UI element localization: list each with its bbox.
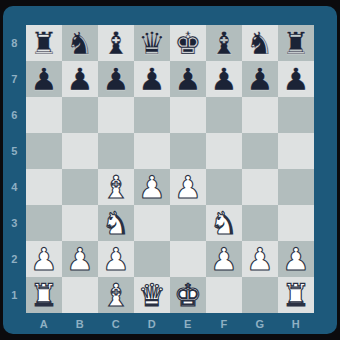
rank-label-5: 5 — [3, 133, 26, 169]
black-queen[interactable]: ♛ — [134, 25, 170, 61]
white-king[interactable]: ♚ — [170, 277, 206, 313]
white-rook[interactable]: ♜ — [278, 277, 314, 313]
square-a8[interactable]: ♜ — [26, 25, 62, 61]
square-g1[interactable] — [242, 277, 278, 313]
square-a2[interactable]: ♟ — [26, 241, 62, 277]
black-knight[interactable]: ♞ — [242, 25, 278, 61]
square-f4[interactable] — [206, 169, 242, 205]
file-label-b: B — [62, 313, 98, 334]
square-b5[interactable] — [62, 133, 98, 169]
square-e6[interactable] — [170, 97, 206, 133]
rank-label-6: 6 — [3, 97, 26, 133]
square-f6[interactable] — [206, 97, 242, 133]
square-e4[interactable]: ♟ — [170, 169, 206, 205]
black-pawn[interactable]: ♟ — [170, 61, 206, 97]
square-e2[interactable] — [170, 241, 206, 277]
black-pawn[interactable]: ♟ — [98, 61, 134, 97]
square-c4[interactable]: ♝ — [98, 169, 134, 205]
square-f8[interactable]: ♝ — [206, 25, 242, 61]
square-c8[interactable]: ♝ — [98, 25, 134, 61]
file-label-e: E — [170, 313, 206, 334]
black-rook[interactable]: ♜ — [278, 25, 314, 61]
square-c1[interactable]: ♝ — [98, 277, 134, 313]
square-d8[interactable]: ♛ — [134, 25, 170, 61]
square-b7[interactable]: ♟ — [62, 61, 98, 97]
square-c3[interactable]: ♞ — [98, 205, 134, 241]
white-pawn[interactable]: ♟ — [26, 241, 62, 277]
white-bishop[interactable]: ♝ — [98, 277, 134, 313]
white-pawn[interactable]: ♟ — [98, 241, 134, 277]
square-b2[interactable]: ♟ — [62, 241, 98, 277]
black-pawn[interactable]: ♟ — [242, 61, 278, 97]
square-c7[interactable]: ♟ — [98, 61, 134, 97]
square-e5[interactable] — [170, 133, 206, 169]
square-h5[interactable] — [278, 133, 314, 169]
square-h4[interactable] — [278, 169, 314, 205]
square-g8[interactable]: ♞ — [242, 25, 278, 61]
white-pawn[interactable]: ♟ — [170, 169, 206, 205]
file-labels: ABCDEFGH — [26, 313, 314, 334]
square-a3[interactable] — [26, 205, 62, 241]
square-a1[interactable]: ♜ — [26, 277, 62, 313]
square-e1[interactable]: ♚ — [170, 277, 206, 313]
rank-label-2: 2 — [3, 241, 26, 277]
square-a7[interactable]: ♟ — [26, 61, 62, 97]
rank-label-7: 7 — [3, 61, 26, 97]
square-h1[interactable]: ♜ — [278, 277, 314, 313]
file-label-f: F — [206, 313, 242, 334]
black-pawn[interactable]: ♟ — [62, 61, 98, 97]
square-g5[interactable] — [242, 133, 278, 169]
file-label-d: D — [134, 313, 170, 334]
white-pawn[interactable]: ♟ — [242, 241, 278, 277]
square-a6[interactable] — [26, 97, 62, 133]
rank-label-4: 4 — [3, 169, 26, 205]
square-e7[interactable]: ♟ — [170, 61, 206, 97]
square-c6[interactable] — [98, 97, 134, 133]
black-king[interactable]: ♚ — [170, 25, 206, 61]
square-d6[interactable] — [134, 97, 170, 133]
square-d4[interactable]: ♟ — [134, 169, 170, 205]
square-f2[interactable]: ♟ — [206, 241, 242, 277]
square-h7[interactable]: ♟ — [278, 61, 314, 97]
chess-app-screen: 87654321 ABCDEFGH ♜♞♝♛♚♝♞♜♟♟♟♟♟♟♟♟♝♟♟♞♞♟… — [0, 0, 340, 340]
black-pawn[interactable]: ♟ — [26, 61, 62, 97]
square-g2[interactable]: ♟ — [242, 241, 278, 277]
square-a4[interactable] — [26, 169, 62, 205]
rank-label-8: 8 — [3, 25, 26, 61]
square-d5[interactable] — [134, 133, 170, 169]
rank-label-3: 3 — [3, 205, 26, 241]
file-label-c: C — [98, 313, 134, 334]
square-b6[interactable] — [62, 97, 98, 133]
black-pawn[interactable]: ♟ — [278, 61, 314, 97]
white-pawn[interactable]: ♟ — [206, 241, 242, 277]
square-f5[interactable] — [206, 133, 242, 169]
black-bishop[interactable]: ♝ — [98, 25, 134, 61]
square-d1[interactable]: ♛ — [134, 277, 170, 313]
square-d2[interactable] — [134, 241, 170, 277]
white-bishop[interactable]: ♝ — [98, 169, 134, 205]
white-pawn[interactable]: ♟ — [134, 169, 170, 205]
square-a5[interactable] — [26, 133, 62, 169]
square-b3[interactable] — [62, 205, 98, 241]
square-h2[interactable]: ♟ — [278, 241, 314, 277]
square-c2[interactable]: ♟ — [98, 241, 134, 277]
square-d7[interactable]: ♟ — [134, 61, 170, 97]
file-label-a: A — [26, 313, 62, 334]
file-label-h: H — [278, 313, 314, 334]
black-knight[interactable]: ♞ — [62, 25, 98, 61]
square-g7[interactable]: ♟ — [242, 61, 278, 97]
square-g3[interactable] — [242, 205, 278, 241]
square-b4[interactable] — [62, 169, 98, 205]
white-pawn[interactable]: ♟ — [62, 241, 98, 277]
black-pawn[interactable]: ♟ — [134, 61, 170, 97]
black-pawn[interactable]: ♟ — [206, 61, 242, 97]
black-rook[interactable]: ♜ — [26, 25, 62, 61]
square-b8[interactable]: ♞ — [62, 25, 98, 61]
square-g4[interactable] — [242, 169, 278, 205]
square-c5[interactable] — [98, 133, 134, 169]
square-d3[interactable] — [134, 205, 170, 241]
square-b1[interactable] — [62, 277, 98, 313]
file-label-g: G — [242, 313, 278, 334]
square-e8[interactable]: ♚ — [170, 25, 206, 61]
white-pawn[interactable]: ♟ — [278, 241, 314, 277]
square-h3[interactable] — [278, 205, 314, 241]
white-knight[interactable]: ♞ — [206, 205, 242, 241]
rank-label-1: 1 — [3, 277, 26, 313]
square-f7[interactable]: ♟ — [206, 61, 242, 97]
white-rook[interactable]: ♜ — [26, 277, 62, 313]
square-h6[interactable] — [278, 97, 314, 133]
white-queen[interactable]: ♛ — [134, 277, 170, 313]
chessboard: ♜♞♝♛♚♝♞♜♟♟♟♟♟♟♟♟♝♟♟♞♞♟♟♟♟♟♟♜♝♛♚♜ — [26, 25, 314, 313]
square-e3[interactable] — [170, 205, 206, 241]
square-g6[interactable] — [242, 97, 278, 133]
square-f3[interactable]: ♞ — [206, 205, 242, 241]
white-knight[interactable]: ♞ — [98, 205, 134, 241]
square-f1[interactable] — [206, 277, 242, 313]
rank-labels: 87654321 — [3, 25, 26, 313]
black-bishop[interactable]: ♝ — [206, 25, 242, 61]
square-h8[interactable]: ♜ — [278, 25, 314, 61]
